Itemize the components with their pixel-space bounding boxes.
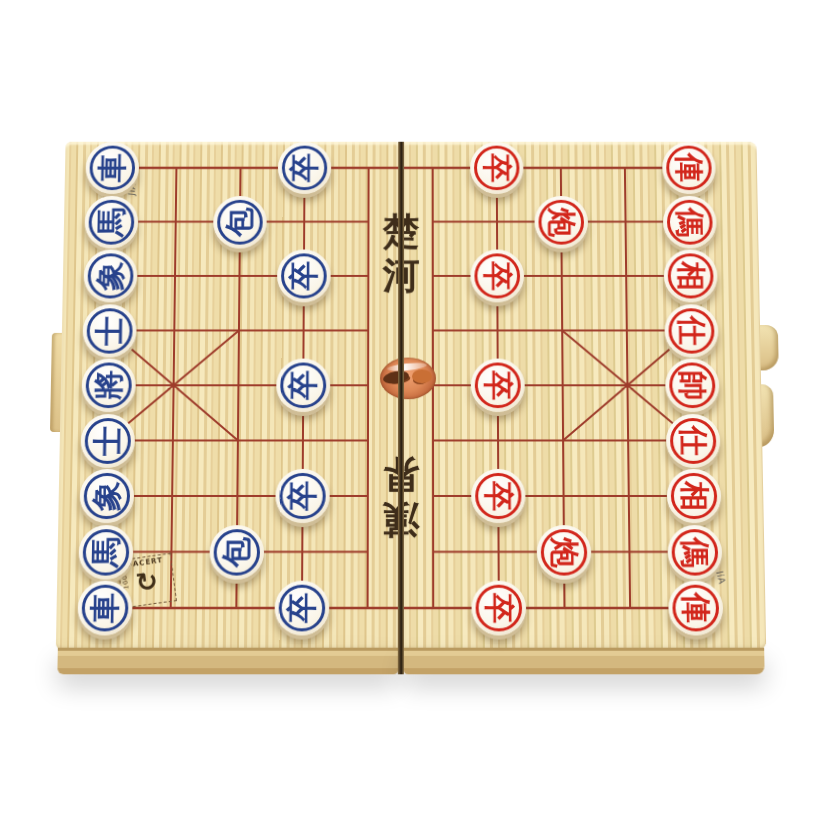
piece-character: 卒 (290, 153, 320, 182)
board-left-rim (57, 648, 397, 675)
board-right-rim (404, 648, 765, 675)
piece-red-soldier[interactable]: 卒 (470, 142, 523, 194)
piece-character: 卒 (483, 481, 513, 511)
piece-blue-cannon[interactable]: 包 (209, 525, 264, 580)
piece-character: 傌 (675, 207, 705, 236)
xiangqi-board: 楚 河 漢 界 DACERT ↻ 100 JiA JiA 車馬象士將士象馬車包包… (55, 142, 766, 675)
piece-character: 卒 (482, 261, 512, 290)
piece-character: 象 (92, 481, 123, 511)
fold-hinge-seam (398, 142, 404, 675)
piece-red-elephant[interactable]: 相 (667, 469, 722, 523)
piece-blue-horse[interactable]: 馬 (84, 195, 138, 248)
piece-blue-soldier[interactable]: 卒 (274, 581, 329, 636)
piece-character: 馬 (96, 207, 126, 236)
piece-character: 包 (225, 207, 255, 236)
piece-blue-advisor[interactable]: 士 (80, 414, 135, 468)
piece-red-chariot[interactable]: 俥 (662, 142, 716, 194)
piece-character: 炮 (546, 207, 576, 236)
piece-character: 車 (90, 593, 121, 623)
piece-character: 士 (93, 426, 124, 456)
piece-red-advisor[interactable]: 仕 (666, 414, 721, 468)
piece-character: 相 (679, 481, 710, 511)
piece-character: 卒 (482, 153, 512, 182)
piece-character: 卒 (287, 481, 317, 511)
emblem-light-horse (412, 369, 432, 383)
piece-character: 傌 (680, 537, 711, 567)
emblem-dark-horse (382, 369, 410, 385)
piece-blue-soldier[interactable]: 卒 (276, 359, 330, 413)
piece-character: 卒 (288, 370, 318, 400)
piece-blue-advisor[interactable]: 士 (82, 304, 137, 357)
piece-character: 仕 (678, 426, 708, 456)
piece-character: 俥 (674, 153, 704, 182)
piece-character: 將 (94, 370, 124, 400)
piece-character: 炮 (549, 537, 579, 567)
piece-blue-cannon[interactable]: 包 (213, 195, 267, 248)
piece-character: 卒 (289, 261, 319, 290)
piece-character: 車 (97, 153, 127, 182)
piece-red-chariot[interactable]: 俥 (668, 581, 723, 636)
piece-blue-soldier[interactable]: 卒 (277, 250, 331, 303)
piece-red-soldier[interactable]: 卒 (471, 359, 525, 413)
piece-character: 象 (95, 261, 125, 290)
piece-character: 卒 (483, 370, 513, 400)
piece-character: 俥 (680, 593, 711, 623)
piece-red-cannon[interactable]: 炮 (534, 195, 588, 248)
piece-red-advisor[interactable]: 仕 (664, 304, 719, 357)
piece-red-elephant[interactable]: 相 (663, 250, 717, 303)
piece-red-soldier[interactable]: 卒 (471, 581, 526, 636)
piece-red-soldier[interactable]: 卒 (471, 469, 525, 523)
horses-painting-emblem (380, 358, 436, 400)
recycle-arrow-icon: ↻ (134, 567, 159, 596)
piece-red-general[interactable]: 帥 (665, 359, 720, 413)
piece-character: 卒 (287, 593, 317, 623)
piece-blue-horse[interactable]: 馬 (78, 525, 133, 580)
piece-character: 帥 (677, 370, 707, 400)
piece-character: 馬 (91, 537, 122, 567)
piece-character: 相 (676, 261, 706, 290)
piece-red-horse[interactable]: 傌 (667, 525, 722, 580)
piece-blue-soldier[interactable]: 卒 (278, 142, 332, 194)
piece-character: 卒 (484, 593, 514, 623)
piece-character: 仕 (676, 316, 706, 346)
piece-character: 士 (94, 316, 124, 346)
piece-red-cannon[interactable]: 炮 (537, 525, 592, 580)
piece-blue-soldier[interactable]: 卒 (275, 469, 330, 523)
piece-character: 包 (222, 537, 252, 567)
piece-red-horse[interactable]: 傌 (663, 195, 717, 248)
piece-red-soldier[interactable]: 卒 (470, 250, 524, 303)
